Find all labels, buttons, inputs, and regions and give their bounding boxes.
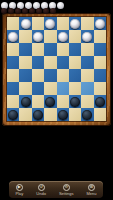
square-e7[interactable]	[57, 30, 69, 43]
dark-checker-piece[interactable]	[82, 110, 92, 120]
square-g2[interactable]	[81, 95, 93, 108]
square-d8[interactable]	[44, 17, 56, 30]
captured-dark-piece	[15, 8, 21, 14]
square-f3[interactable]	[69, 82, 81, 95]
captured-white-piece	[57, 2, 64, 9]
white-checker-piece[interactable]	[45, 19, 55, 29]
square-f6[interactable]	[69, 43, 81, 56]
square-c4[interactable]	[32, 69, 44, 82]
dark-checker-piece[interactable]	[95, 97, 105, 107]
captured-dark-piece	[50, 8, 56, 14]
menu-icon: ☰	[88, 184, 95, 191]
square-c7[interactable]	[32, 30, 44, 43]
menu-button-label: Menu	[86, 192, 96, 196]
board-grid	[7, 17, 106, 121]
square-f5[interactable]	[69, 56, 81, 69]
app-screen: ▶ Play ↺ Undo ⚙ Settings ☰ Menu	[0, 0, 113, 200]
square-a3[interactable]	[7, 82, 19, 95]
captured-dark-piece	[36, 8, 42, 14]
square-b5[interactable]	[19, 56, 31, 69]
square-e6[interactable]	[57, 43, 69, 56]
square-e2[interactable]	[57, 95, 69, 108]
square-f8[interactable]	[69, 17, 81, 30]
square-a1[interactable]	[7, 108, 19, 121]
square-f4[interactable]	[69, 69, 81, 82]
square-h7[interactable]	[94, 30, 106, 43]
square-c3[interactable]	[32, 82, 44, 95]
square-g5[interactable]	[81, 56, 93, 69]
square-b8[interactable]	[19, 17, 31, 30]
captured-dark-piece	[8, 8, 14, 14]
dark-checker-piece[interactable]	[21, 97, 31, 107]
square-a5[interactable]	[7, 56, 19, 69]
menu-button[interactable]: ☰ Menu	[86, 184, 96, 196]
square-b6[interactable]	[19, 43, 31, 56]
square-b4[interactable]	[19, 69, 31, 82]
square-c5[interactable]	[32, 56, 44, 69]
square-e1[interactable]	[57, 108, 69, 121]
dark-checker-piece[interactable]	[33, 110, 43, 120]
white-checker-piece[interactable]	[21, 19, 31, 29]
settings-button-label: Settings	[59, 192, 73, 196]
square-b2[interactable]	[19, 95, 31, 108]
square-d5[interactable]	[44, 56, 56, 69]
square-a8[interactable]	[7, 17, 19, 30]
square-d1[interactable]	[44, 108, 56, 121]
square-a6[interactable]	[7, 43, 19, 56]
square-f1[interactable]	[69, 108, 81, 121]
square-g8[interactable]	[81, 17, 93, 30]
undo-button[interactable]: ↺ Undo	[36, 184, 46, 196]
square-e5[interactable]	[57, 56, 69, 69]
square-d3[interactable]	[44, 82, 56, 95]
undo-button-label: Undo	[36, 192, 46, 196]
square-d2[interactable]	[44, 95, 56, 108]
square-e3[interactable]	[57, 82, 69, 95]
square-b3[interactable]	[19, 82, 31, 95]
square-d4[interactable]	[44, 69, 56, 82]
white-checker-piece[interactable]	[58, 32, 68, 42]
square-c8[interactable]	[32, 17, 44, 30]
square-d6[interactable]	[44, 43, 56, 56]
square-g6[interactable]	[81, 43, 93, 56]
white-checker-piece[interactable]	[82, 32, 92, 42]
white-checker-piece[interactable]	[33, 32, 43, 42]
square-g7[interactable]	[81, 30, 93, 43]
play-button[interactable]: ▶ Play	[16, 184, 24, 196]
square-c6[interactable]	[32, 43, 44, 56]
white-checker-piece[interactable]	[8, 32, 18, 42]
square-d7[interactable]	[44, 30, 56, 43]
settings-icon: ⚙	[63, 184, 70, 191]
square-c1[interactable]	[32, 108, 44, 121]
white-checker-piece[interactable]	[95, 19, 105, 29]
checkers-board	[2, 13, 111, 126]
settings-button[interactable]: ⚙ Settings	[59, 184, 73, 196]
square-f2[interactable]	[69, 95, 81, 108]
square-g4[interactable]	[81, 69, 93, 82]
play-button-label: Play	[16, 192, 24, 196]
captured-dark-piece	[1, 8, 7, 14]
square-h5[interactable]	[94, 56, 106, 69]
square-e8[interactable]	[57, 17, 69, 30]
captured-dark-piece	[22, 8, 28, 14]
square-h3[interactable]	[94, 82, 106, 95]
square-e4[interactable]	[57, 69, 69, 82]
play-icon: ▶	[16, 184, 23, 191]
square-a4[interactable]	[7, 69, 19, 82]
square-h8[interactable]	[94, 17, 106, 30]
white-checker-piece[interactable]	[70, 19, 80, 29]
square-h1[interactable]	[94, 108, 106, 121]
dark-checker-piece[interactable]	[8, 110, 18, 120]
toolbar: ▶ Play ↺ Undo ⚙ Settings ☰ Menu	[9, 181, 103, 198]
square-a2[interactable]	[7, 95, 19, 108]
captured-dark-piece	[43, 8, 49, 14]
undo-icon: ↺	[38, 184, 45, 191]
captured-dark-piece	[29, 8, 35, 14]
square-b7[interactable]	[19, 30, 31, 43]
captured-tray-dark	[1, 8, 56, 14]
dark-checker-piece[interactable]	[70, 97, 80, 107]
square-h4[interactable]	[94, 69, 106, 82]
square-b1[interactable]	[19, 108, 31, 121]
dark-checker-piece[interactable]	[58, 110, 68, 120]
square-g1[interactable]	[81, 108, 93, 121]
dark-checker-piece[interactable]	[45, 97, 55, 107]
square-c2[interactable]	[32, 95, 44, 108]
square-h6[interactable]	[94, 43, 106, 56]
square-f7[interactable]	[69, 30, 81, 43]
square-h2[interactable]	[94, 95, 106, 108]
square-a7[interactable]	[7, 30, 19, 43]
square-g3[interactable]	[81, 82, 93, 95]
